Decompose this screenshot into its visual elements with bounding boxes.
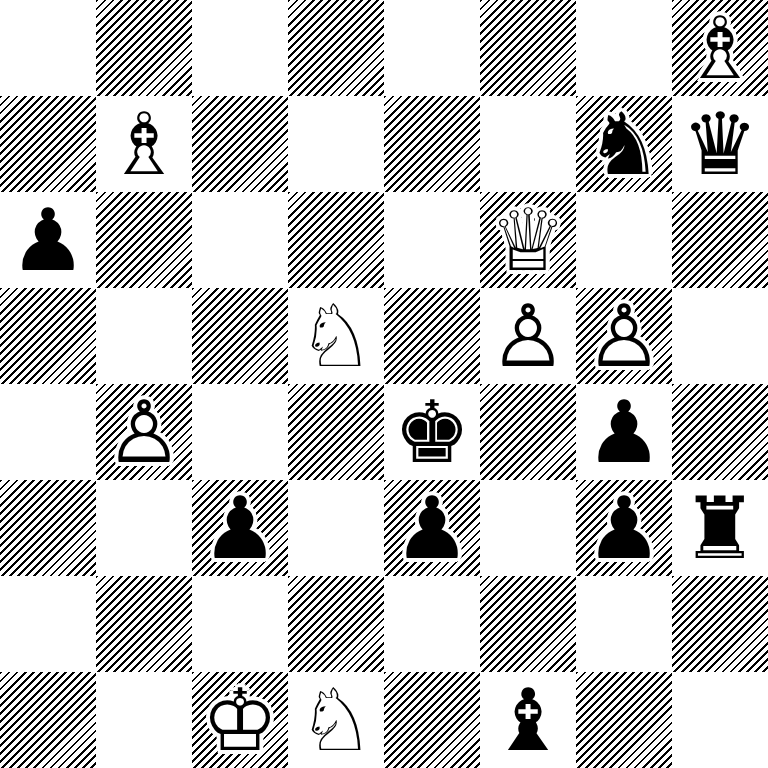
white-pawn-fill: ♟ (96, 384, 192, 480)
square-e4[interactable]: ♚♚ (384, 384, 480, 480)
square-f2[interactable] (480, 576, 576, 672)
white-knight-fill: ♞ (288, 672, 384, 768)
black-rook: ♜ (672, 480, 768, 576)
white-bishop: ♗ (96, 96, 192, 192)
square-a4[interactable] (0, 384, 96, 480)
white-pawn: ♙ (96, 384, 192, 480)
square-b8[interactable] (96, 0, 192, 96)
square-b2[interactable] (96, 576, 192, 672)
square-c4[interactable] (192, 384, 288, 480)
black-pawn-fill: ♟ (192, 480, 288, 576)
square-f7[interactable] (480, 96, 576, 192)
square-g8[interactable] (576, 0, 672, 96)
white-knight: ♘ (288, 288, 384, 384)
square-g3[interactable]: ♟♟ (576, 480, 672, 576)
chess-diagram: ♝♗♝♗♞♞♛♛♟♟♛♕♞♘♟♙♟♙♟♙♚♚♟♟♟♟♟♟♟♟♜♜♚♔♞♘♝♝ (0, 0, 768, 768)
square-a8[interactable] (0, 0, 96, 96)
black-pawn: ♟ (384, 480, 480, 576)
square-c6[interactable] (192, 192, 288, 288)
black-bishop-fill: ♝ (480, 672, 576, 768)
square-c7[interactable] (192, 96, 288, 192)
black-knight: ♞ (576, 96, 672, 192)
square-e7[interactable] (384, 96, 480, 192)
black-knight-fill: ♞ (576, 96, 672, 192)
square-h6[interactable] (672, 192, 768, 288)
square-c3[interactable]: ♟♟ (192, 480, 288, 576)
black-pawn: ♟ (576, 384, 672, 480)
white-pawn: ♙ (480, 288, 576, 384)
square-g2[interactable] (576, 576, 672, 672)
square-c1[interactable]: ♚♔ (192, 672, 288, 768)
chess-board: ♝♗♝♗♞♞♛♛♟♟♛♕♞♘♟♙♟♙♟♙♚♚♟♟♟♟♟♟♟♟♜♜♚♔♞♘♝♝ (0, 0, 768, 768)
white-bishop-fill: ♝ (672, 0, 768, 96)
square-f5[interactable]: ♟♙ (480, 288, 576, 384)
white-king: ♔ (192, 672, 288, 768)
square-d2[interactable] (288, 576, 384, 672)
square-c8[interactable] (192, 0, 288, 96)
black-pawn: ♟ (576, 480, 672, 576)
square-a1[interactable] (0, 672, 96, 768)
black-pawn-fill: ♟ (0, 192, 96, 288)
square-g5[interactable]: ♟♙ (576, 288, 672, 384)
square-e6[interactable] (384, 192, 480, 288)
white-queen: ♕ (480, 192, 576, 288)
square-e2[interactable] (384, 576, 480, 672)
square-d1[interactable]: ♞♘ (288, 672, 384, 768)
black-pawn: ♟ (0, 192, 96, 288)
black-queen: ♛ (672, 96, 768, 192)
square-g6[interactable] (576, 192, 672, 288)
square-b7[interactable]: ♝♗ (96, 96, 192, 192)
square-a6[interactable]: ♟♟ (0, 192, 96, 288)
square-h1[interactable] (672, 672, 768, 768)
black-bishop: ♝ (480, 672, 576, 768)
black-pawn-fill: ♟ (576, 480, 672, 576)
square-b5[interactable] (96, 288, 192, 384)
square-e5[interactable] (384, 288, 480, 384)
square-a5[interactable] (0, 288, 96, 384)
white-bishop-fill: ♝ (96, 96, 192, 192)
square-d3[interactable] (288, 480, 384, 576)
black-pawn: ♟ (192, 480, 288, 576)
square-f3[interactable] (480, 480, 576, 576)
square-e3[interactable]: ♟♟ (384, 480, 480, 576)
square-h8[interactable]: ♝♗ (672, 0, 768, 96)
black-king-fill: ♚ (384, 384, 480, 480)
white-queen-fill: ♛ (480, 192, 576, 288)
square-f4[interactable] (480, 384, 576, 480)
square-f8[interactable] (480, 0, 576, 96)
square-e8[interactable] (384, 0, 480, 96)
white-pawn-fill: ♟ (480, 288, 576, 384)
square-a3[interactable] (0, 480, 96, 576)
square-a7[interactable] (0, 96, 96, 192)
white-pawn: ♙ (576, 288, 672, 384)
square-c2[interactable] (192, 576, 288, 672)
square-a2[interactable] (0, 576, 96, 672)
black-queen-fill: ♛ (672, 96, 768, 192)
square-g4[interactable]: ♟♟ (576, 384, 672, 480)
square-f1[interactable]: ♝♝ (480, 672, 576, 768)
square-h2[interactable] (672, 576, 768, 672)
black-pawn-fill: ♟ (576, 384, 672, 480)
square-d6[interactable] (288, 192, 384, 288)
square-h3[interactable]: ♜♜ (672, 480, 768, 576)
square-e1[interactable] (384, 672, 480, 768)
square-b6[interactable] (96, 192, 192, 288)
square-c5[interactable] (192, 288, 288, 384)
square-b1[interactable] (96, 672, 192, 768)
square-d5[interactable]: ♞♘ (288, 288, 384, 384)
square-d4[interactable] (288, 384, 384, 480)
square-g7[interactable]: ♞♞ (576, 96, 672, 192)
white-bishop: ♗ (672, 0, 768, 96)
square-g1[interactable] (576, 672, 672, 768)
white-knight-fill: ♞ (288, 288, 384, 384)
white-pawn-fill: ♟ (576, 288, 672, 384)
square-d7[interactable] (288, 96, 384, 192)
black-pawn-fill: ♟ (384, 480, 480, 576)
square-b4[interactable]: ♟♙ (96, 384, 192, 480)
square-d8[interactable] (288, 0, 384, 96)
square-b3[interactable] (96, 480, 192, 576)
black-king: ♚ (384, 384, 480, 480)
square-h7[interactable]: ♛♛ (672, 96, 768, 192)
square-h4[interactable] (672, 384, 768, 480)
square-f6[interactable]: ♛♕ (480, 192, 576, 288)
black-rook-fill: ♜ (672, 480, 768, 576)
white-king-fill: ♚ (192, 672, 288, 768)
square-h5[interactable] (672, 288, 768, 384)
white-knight: ♘ (288, 672, 384, 768)
